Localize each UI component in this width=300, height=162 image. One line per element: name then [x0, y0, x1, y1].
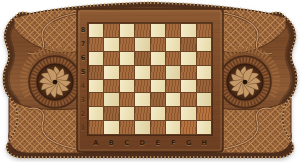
square-e3[interactable]: [151, 93, 165, 106]
rank-label: 5: [79, 65, 87, 79]
square-c5[interactable]: [120, 66, 134, 79]
file-labels: A B C D E F G H: [88, 138, 212, 148]
rank-label: 8: [79, 23, 87, 37]
square-g6[interactable]: [181, 52, 195, 65]
square-b3[interactable]: [104, 93, 118, 106]
square-a5[interactable]: [89, 66, 103, 79]
square-a6[interactable]: [89, 52, 103, 65]
square-g2[interactable]: [181, 107, 195, 120]
square-f6[interactable]: [166, 52, 180, 65]
square-f4[interactable]: [166, 80, 180, 93]
rank-labels: 8 7 6 5 4 3 2 1: [79, 23, 87, 135]
square-a2[interactable]: [89, 107, 103, 120]
square-b6[interactable]: [104, 52, 118, 65]
square-c2[interactable]: [120, 107, 134, 120]
square-a7[interactable]: [89, 38, 103, 51]
square-b4[interactable]: [104, 80, 118, 93]
square-g8[interactable]: [181, 24, 195, 37]
square-e4[interactable]: [151, 80, 165, 93]
square-f1[interactable]: [166, 121, 180, 134]
board-photo: 8 7 6 5 4 3 2 1 A B C D E F G H: [0, 0, 300, 162]
square-a3[interactable]: [89, 93, 103, 106]
square-d7[interactable]: [135, 38, 149, 51]
file-label: C: [119, 138, 135, 148]
file-label: E: [150, 138, 166, 148]
square-h5[interactable]: [197, 66, 211, 79]
square-h2[interactable]: [197, 107, 211, 120]
rank-label: 1: [79, 121, 87, 135]
file-label: A: [88, 138, 104, 148]
square-f7[interactable]: [166, 38, 180, 51]
square-h4[interactable]: [197, 80, 211, 93]
square-h8[interactable]: [197, 24, 211, 37]
square-b7[interactable]: [104, 38, 118, 51]
square-b1[interactable]: [104, 121, 118, 134]
square-g3[interactable]: [181, 93, 195, 106]
square-c3[interactable]: [120, 93, 134, 106]
square-d8[interactable]: [135, 24, 149, 37]
square-e6[interactable]: [151, 52, 165, 65]
rank-label: 6: [79, 51, 87, 65]
square-c6[interactable]: [120, 52, 134, 65]
square-a1[interactable]: [89, 121, 103, 134]
square-a8[interactable]: [89, 24, 103, 37]
square-c4[interactable]: [120, 80, 134, 93]
square-d1[interactable]: [135, 121, 149, 134]
square-f5[interactable]: [166, 66, 180, 79]
square-f3[interactable]: [166, 93, 180, 106]
square-d2[interactable]: [135, 107, 149, 120]
square-b2[interactable]: [104, 107, 118, 120]
rank-label: 2: [79, 107, 87, 121]
square-d3[interactable]: [135, 93, 149, 106]
square-b8[interactable]: [104, 24, 118, 37]
square-g5[interactable]: [181, 66, 195, 79]
square-e7[interactable]: [151, 38, 165, 51]
file-label: F: [166, 138, 182, 148]
square-d5[interactable]: [135, 66, 149, 79]
square-h1[interactable]: [197, 121, 211, 134]
file-label: B: [104, 138, 120, 148]
square-h3[interactable]: [197, 93, 211, 106]
square-c1[interactable]: [120, 121, 134, 134]
square-d4[interactable]: [135, 80, 149, 93]
file-label: D: [135, 138, 151, 148]
square-h6[interactable]: [197, 52, 211, 65]
rank-label: 3: [79, 93, 87, 107]
square-e1[interactable]: [151, 121, 165, 134]
square-f8[interactable]: [166, 24, 180, 37]
square-g7[interactable]: [181, 38, 195, 51]
square-g1[interactable]: [181, 121, 195, 134]
square-f2[interactable]: [166, 107, 180, 120]
square-d6[interactable]: [135, 52, 149, 65]
rank-label: 7: [79, 37, 87, 51]
square-b5[interactable]: [104, 66, 118, 79]
square-c8[interactable]: [120, 24, 134, 37]
rank-label: 4: [79, 79, 87, 93]
square-e5[interactable]: [151, 66, 165, 79]
square-a4[interactable]: [89, 80, 103, 93]
square-e2[interactable]: [151, 107, 165, 120]
chess-board: [88, 23, 212, 135]
square-h7[interactable]: [197, 38, 211, 51]
square-e8[interactable]: [151, 24, 165, 37]
file-label: H: [197, 138, 213, 148]
square-c7[interactable]: [120, 38, 134, 51]
file-label: G: [181, 138, 197, 148]
square-g4[interactable]: [181, 80, 195, 93]
